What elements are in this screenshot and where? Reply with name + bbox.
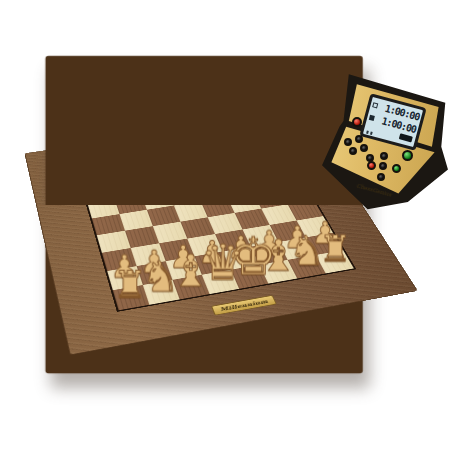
- square-f7[interactable]: [213, 163, 246, 181]
- chess-clock: 1:00:00 1:00:00 ChessGenius: [318, 70, 452, 212]
- base-button-4[interactable]: [360, 144, 368, 152]
- square-f6[interactable]: [220, 178, 253, 197]
- piece-black-p-h7[interactable]: ♟: [263, 141, 297, 168]
- piece-black-n-b8[interactable]: ♞: [102, 141, 136, 177]
- piece-black-p-g7[interactable]: ♟: [237, 145, 271, 172]
- square-b8[interactable]: [104, 164, 135, 183]
- base-button-3[interactable]: [349, 147, 357, 155]
- piece-black-b-c8[interactable]: ♝: [128, 136, 162, 174]
- piece-black-q-d8[interactable]: ♛: [154, 127, 188, 169]
- square-h7[interactable]: [263, 156, 296, 174]
- square-d6[interactable]: [168, 186, 201, 206]
- square-f5[interactable]: [227, 193, 261, 213]
- square-d5[interactable]: [174, 201, 208, 221]
- square-b6[interactable]: [114, 194, 147, 214]
- square-a6[interactable]: [87, 198, 119, 218]
- piece-black-b-f8[interactable]: ♝: [205, 125, 239, 162]
- square-c6[interactable]: [141, 190, 174, 210]
- square-f8[interactable]: [206, 149, 238, 167]
- piece-black-p-c7[interactable]: ♟: [134, 160, 169, 188]
- square-d8[interactable]: [156, 157, 188, 175]
- piece-black-p-a7[interactable]: ♟: [80, 168, 115, 196]
- millennium-nameplate: Millennium: [211, 295, 277, 316]
- board-anchor: Millennium ♜♞♝♛♚♝♞♜♟♟♟♟♟♟♟♟♟♟♟♟♟♟♟♟♜♞♝♛♚…: [44, 56, 364, 376]
- pad-right-button[interactable]: [392, 164, 401, 173]
- pad-up-button[interactable]: [380, 152, 388, 160]
- piece-black-p-d7[interactable]: ♟: [160, 157, 195, 185]
- piece-black-k-e8[interactable]: ♚: [180, 121, 214, 166]
- base-button-2[interactable]: [355, 135, 363, 143]
- square-a7[interactable]: [83, 183, 115, 202]
- square-h8[interactable]: [255, 142, 287, 159]
- square-e7[interactable]: [187, 167, 219, 186]
- screen-green-button[interactable]: [402, 150, 413, 161]
- piece-black-r-h8[interactable]: ♜: [255, 123, 288, 154]
- pad-left-button[interactable]: [367, 161, 376, 170]
- pad-down-button[interactable]: [377, 173, 385, 181]
- square-h5[interactable]: [279, 185, 314, 205]
- piece-black-p-e7[interactable]: ♟: [186, 153, 220, 181]
- base-button-1[interactable]: [344, 138, 352, 146]
- square-g5[interactable]: [253, 189, 287, 209]
- piece-white-r-a1[interactable]: ♜: [110, 265, 150, 303]
- square-a8[interactable]: [78, 168, 109, 187]
- square-h6[interactable]: [271, 170, 305, 189]
- square-c7[interactable]: [136, 175, 168, 194]
- square-e5[interactable]: [201, 197, 235, 217]
- square-d7[interactable]: [162, 171, 194, 190]
- piece-black-n-g8[interactable]: ♞: [230, 123, 263, 158]
- screen-red-button[interactable]: [352, 117, 362, 127]
- product-photo-stage: Millennium ♜♞♝♛♚♝♞♜♟♟♟♟♟♟♟♟♟♟♟♟♟♟♟♟♜♞♝♛♚…: [0, 0, 452, 452]
- square-b5[interactable]: [120, 210, 153, 231]
- piece-black-p-b7[interactable]: ♟: [107, 164, 142, 192]
- piece-black-p-f7[interactable]: ♟: [212, 149, 246, 177]
- square-g6[interactable]: [245, 174, 279, 193]
- black-badge-icon: [399, 133, 413, 142]
- square-b7[interactable]: [109, 179, 141, 198]
- square-e8[interactable]: [181, 153, 213, 171]
- square-g8[interactable]: [231, 146, 263, 164]
- square-e6[interactable]: [194, 182, 227, 201]
- square-g7[interactable]: [238, 160, 271, 178]
- pad-center-button[interactable]: [379, 162, 387, 170]
- board-scene: Millennium ♜♞♝♛♚♝♞♜♟♟♟♟♟♟♟♟♟♟♟♟♟♟♟♟♜♞♝♛♚…: [0, 0, 452, 452]
- square-c8[interactable]: [130, 161, 161, 179]
- piece-black-r-a8[interactable]: ♜: [76, 149, 110, 181]
